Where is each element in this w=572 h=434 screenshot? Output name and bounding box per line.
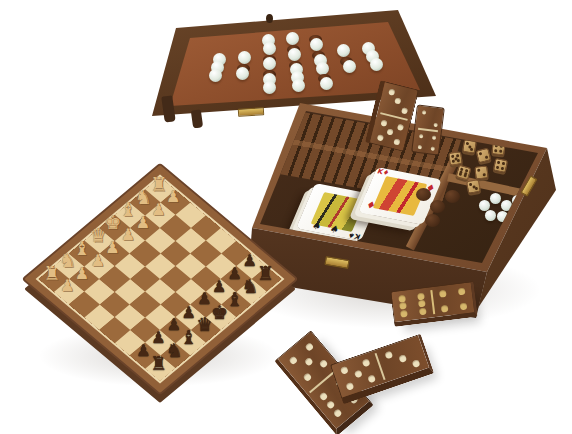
domino-pip xyxy=(353,370,362,379)
die-pip xyxy=(495,166,499,170)
domino-pip xyxy=(400,309,408,317)
domino-pip xyxy=(319,359,329,369)
domino-pip xyxy=(325,400,335,410)
chess-piece-white-p[interactable]: ♟ xyxy=(166,189,180,205)
domino-pip xyxy=(418,300,426,308)
die[interactable] xyxy=(455,164,471,180)
domino-pip xyxy=(417,144,421,148)
solitaire-marble[interactable] xyxy=(286,32,299,45)
chess-piece-black-p[interactable]: ♟ xyxy=(242,253,256,269)
die-pip xyxy=(477,168,480,171)
die-pip xyxy=(478,152,482,156)
diamond-pip: ♦ xyxy=(365,200,378,211)
die-pip xyxy=(501,167,505,171)
domino-pip xyxy=(440,304,448,312)
die-pip xyxy=(464,174,468,178)
domino-pip xyxy=(305,342,315,352)
die-pip xyxy=(494,149,497,152)
solitaire-marble[interactable] xyxy=(263,42,276,55)
solitaire-marble[interactable] xyxy=(209,69,222,82)
die-pip xyxy=(485,156,489,160)
domino-pip xyxy=(304,357,314,367)
die-pip xyxy=(497,160,501,164)
domino-pip xyxy=(346,381,355,390)
domino-pip xyxy=(421,110,425,114)
domino-pip xyxy=(401,107,408,114)
solitaire-marble[interactable] xyxy=(263,57,276,70)
domino-pip xyxy=(332,408,342,418)
solitaire-marble[interactable] xyxy=(236,67,249,80)
solitaire-marble[interactable] xyxy=(320,77,333,90)
die-pip xyxy=(499,150,502,153)
solitaire-marble[interactable] xyxy=(238,51,251,64)
domino-pip xyxy=(367,374,376,383)
domino-pip xyxy=(460,302,468,310)
domino-pip xyxy=(394,97,401,104)
die-pip xyxy=(470,148,473,151)
domino-pip xyxy=(458,287,466,295)
domino-pip xyxy=(388,88,395,95)
solitaire-marble[interactable] xyxy=(288,48,301,61)
die-pip xyxy=(475,187,478,190)
domino-pip xyxy=(419,307,427,315)
domino-pip xyxy=(399,302,407,310)
domino-pip xyxy=(288,356,298,366)
domino-half xyxy=(415,106,443,131)
chess-piece-black-r[interactable]: ♜ xyxy=(257,264,274,283)
domino-pip xyxy=(398,354,407,363)
domino-half xyxy=(391,287,433,322)
domino-pip xyxy=(386,128,393,135)
domino-half xyxy=(375,335,429,382)
solitaire-marble[interactable] xyxy=(316,62,329,75)
die-pip xyxy=(458,173,462,177)
domino-pip xyxy=(393,138,400,145)
domino[interactable] xyxy=(330,334,434,405)
solitaire-marble[interactable] xyxy=(337,44,350,57)
scene: ♠ ♠ K♠ ♦ ♦ K♦ ♜♞♝♛♚♝♞♜♟♟♟♟♟♟♟♟♟♟♟♟♟♟♟♟♜♞ xyxy=(0,0,572,434)
spare-piece[interactable] xyxy=(430,200,445,213)
tray-marble[interactable] xyxy=(485,210,496,221)
domino-pip xyxy=(340,365,349,374)
die-pip xyxy=(502,162,506,166)
spare-piece[interactable] xyxy=(425,214,440,227)
domino-pip xyxy=(433,122,437,126)
domino-pip xyxy=(430,146,434,150)
domino-pip xyxy=(384,350,393,359)
solitaire-marble[interactable] xyxy=(310,38,323,51)
domino-pip xyxy=(396,123,403,130)
die[interactable] xyxy=(493,158,508,173)
die-pip xyxy=(457,159,460,162)
die[interactable] xyxy=(476,148,492,164)
domino-pip xyxy=(417,292,425,300)
die-pip xyxy=(483,173,486,176)
domino-pip xyxy=(398,294,406,302)
domino-pip xyxy=(411,359,420,368)
tray-marble[interactable] xyxy=(490,193,501,204)
domino-pip xyxy=(361,358,370,367)
solitaire-marble[interactable] xyxy=(370,58,383,71)
domino-pip xyxy=(303,373,313,383)
chess-piece-white-r[interactable]: ♜ xyxy=(150,175,167,194)
domino-pip xyxy=(318,391,328,401)
card-index: K♠ xyxy=(348,231,362,240)
domino-half xyxy=(412,129,440,154)
domino[interactable] xyxy=(411,104,445,155)
lid-knob xyxy=(266,14,273,23)
domino-pip xyxy=(376,134,383,141)
domino-pip xyxy=(419,133,423,137)
chess-set: ♜♞♝♛♚♝♞♜♟♟♟♟♟♟♟♟♟♟♟♟♟♟♟♟♜♞♝♛♚♝♞♜ xyxy=(28,166,294,398)
spare-piece[interactable] xyxy=(416,188,431,201)
die[interactable] xyxy=(448,151,463,166)
domino-half xyxy=(432,282,474,317)
domino-pip xyxy=(380,119,387,126)
die[interactable] xyxy=(474,165,488,179)
domino-pip xyxy=(439,289,447,297)
domino-pip xyxy=(431,135,435,139)
die-pip xyxy=(451,160,454,163)
solitaire-marble[interactable] xyxy=(343,60,356,73)
